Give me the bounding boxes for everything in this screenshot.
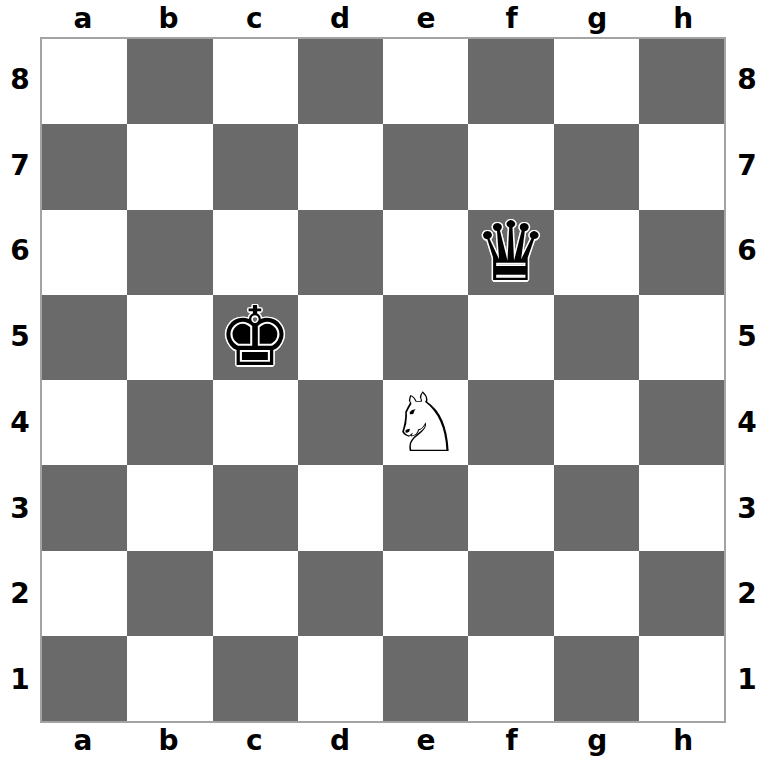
square-e6[interactable] (383, 210, 468, 295)
square-a1[interactable] (42, 636, 127, 721)
square-f3[interactable] (468, 465, 553, 550)
square-d5[interactable] (298, 295, 383, 380)
square-f1[interactable] (468, 636, 553, 721)
white-knight-e4[interactable]: ♘ (389, 382, 463, 464)
square-h3[interactable] (639, 465, 724, 550)
square-d6[interactable] (298, 210, 383, 295)
square-b7[interactable] (127, 124, 212, 209)
rank-label-5: 5 (0, 323, 40, 351)
square-g2[interactable] (554, 551, 639, 636)
rank-label-1: 1 (0, 666, 40, 694)
square-f6[interactable]: ♛ (468, 210, 553, 295)
rank-label-8: 8 (726, 66, 768, 94)
square-c4[interactable] (213, 380, 298, 465)
square-h5[interactable] (639, 295, 724, 380)
file-label-c: c (212, 727, 298, 755)
square-c2[interactable] (213, 551, 298, 636)
square-f5[interactable] (468, 295, 553, 380)
rank-label-4: 4 (0, 409, 40, 437)
file-label-d: d (297, 5, 383, 33)
square-d1[interactable] (298, 636, 383, 721)
rank-label-3: 3 (726, 495, 768, 523)
square-b3[interactable] (127, 465, 212, 550)
square-g3[interactable] (554, 465, 639, 550)
rank-label-6: 6 (0, 237, 40, 265)
square-d7[interactable] (298, 124, 383, 209)
square-f4[interactable] (468, 380, 553, 465)
board-wrap: ♛♚♘ (40, 37, 726, 723)
file-label-f: f (469, 5, 555, 33)
square-d4[interactable] (298, 380, 383, 465)
square-g8[interactable] (554, 39, 639, 124)
square-b8[interactable] (127, 39, 212, 124)
square-a4[interactable] (42, 380, 127, 465)
square-b5[interactable] (127, 295, 212, 380)
square-h1[interactable] (639, 636, 724, 721)
file-label-b: b (126, 727, 212, 755)
file-label-c: c (212, 5, 298, 33)
file-label-a: a (40, 727, 126, 755)
square-c5[interactable]: ♚ (213, 295, 298, 380)
rank-label-7: 7 (0, 152, 40, 180)
square-c3[interactable] (213, 465, 298, 550)
square-g1[interactable] (554, 636, 639, 721)
rank-label-1: 1 (726, 666, 768, 694)
square-a8[interactable] (42, 39, 127, 124)
square-d8[interactable] (298, 39, 383, 124)
file-labels-top: abcdefgh (40, 0, 726, 37)
board: ♛♚♘ (40, 37, 726, 723)
square-b6[interactable] (127, 210, 212, 295)
square-b1[interactable] (127, 636, 212, 721)
square-e2[interactable] (383, 551, 468, 636)
file-label-h: h (640, 727, 726, 755)
square-e7[interactable] (383, 124, 468, 209)
square-b2[interactable] (127, 551, 212, 636)
black-king-c5[interactable]: ♚ (218, 296, 292, 378)
square-a7[interactable] (42, 124, 127, 209)
file-label-g: g (555, 727, 641, 755)
rank-label-2: 2 (0, 580, 40, 608)
square-e8[interactable] (383, 39, 468, 124)
square-c7[interactable] (213, 124, 298, 209)
rank-label-3: 3 (0, 495, 40, 523)
square-f8[interactable] (468, 39, 553, 124)
square-g7[interactable] (554, 124, 639, 209)
square-a6[interactable] (42, 210, 127, 295)
rank-label-7: 7 (726, 152, 768, 180)
file-labels-bottom: abcdefgh (40, 723, 726, 758)
file-label-h: h (640, 5, 726, 33)
square-e4[interactable]: ♘ (383, 380, 468, 465)
rank-label-4: 4 (726, 409, 768, 437)
square-h4[interactable] (639, 380, 724, 465)
square-f2[interactable] (468, 551, 553, 636)
rank-label-5: 5 (726, 323, 768, 351)
rank-label-8: 8 (0, 66, 40, 94)
square-g4[interactable] (554, 380, 639, 465)
square-c8[interactable] (213, 39, 298, 124)
square-f7[interactable] (468, 124, 553, 209)
square-g5[interactable] (554, 295, 639, 380)
file-label-a: a (40, 5, 126, 33)
square-e1[interactable] (383, 636, 468, 721)
square-d3[interactable] (298, 465, 383, 550)
rank-labels-left: 87654321 (0, 37, 40, 723)
square-h6[interactable] (639, 210, 724, 295)
square-c1[interactable] (213, 636, 298, 721)
square-a3[interactable] (42, 465, 127, 550)
file-label-e: e (383, 727, 469, 755)
chess-diagram: abcdefgh 87654321 ♛♚♘ 87654321 abcdefgh (0, 0, 768, 758)
file-label-d: d (297, 727, 383, 755)
square-c6[interactable] (213, 210, 298, 295)
file-label-e: e (383, 5, 469, 33)
file-label-b: b (126, 5, 212, 33)
rank-labels-right: 87654321 (726, 37, 768, 723)
file-label-f: f (469, 727, 555, 755)
square-a5[interactable] (42, 295, 127, 380)
square-g6[interactable] (554, 210, 639, 295)
file-label-g: g (555, 5, 641, 33)
black-queen-f6[interactable]: ♛ (474, 211, 548, 293)
square-a2[interactable] (42, 551, 127, 636)
rank-label-6: 6 (726, 237, 768, 265)
rank-label-2: 2 (726, 580, 768, 608)
square-h7[interactable] (639, 124, 724, 209)
square-e3[interactable] (383, 465, 468, 550)
square-d2[interactable] (298, 551, 383, 636)
square-b4[interactable] (127, 380, 212, 465)
square-h2[interactable] (639, 551, 724, 636)
square-h8[interactable] (639, 39, 724, 124)
square-e5[interactable] (383, 295, 468, 380)
